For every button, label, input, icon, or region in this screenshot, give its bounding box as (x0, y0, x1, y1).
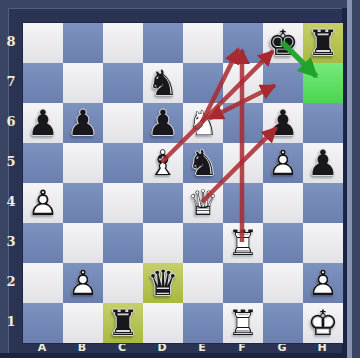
rank-labels: 87654321 (0, 22, 22, 342)
square-e8[interactable] (183, 23, 223, 63)
square-d5[interactable]: ♝♗ (143, 143, 183, 183)
square-b8[interactable] (63, 23, 103, 63)
square-h5[interactable]: ♟ (303, 143, 343, 183)
piece-black-king[interactable]: ♚ (263, 23, 303, 63)
rank-label-3: 3 (0, 222, 22, 262)
square-d6[interactable]: ♟ (143, 103, 183, 143)
square-e7[interactable] (183, 63, 223, 103)
square-b4[interactable] (63, 183, 103, 223)
piece-white-king[interactable]: ♚♔ (303, 303, 343, 343)
square-e2[interactable] (183, 263, 223, 303)
square-c8[interactable] (103, 23, 143, 63)
square-g7[interactable] (263, 63, 303, 103)
piece-white-pawn[interactable]: ♟♙ (303, 263, 343, 303)
piece-black-pawn[interactable]: ♟ (23, 103, 63, 143)
square-g2[interactable] (263, 263, 303, 303)
square-d3[interactable] (143, 223, 183, 263)
rank-label-5: 5 (0, 142, 22, 182)
rank-label-6: 6 (0, 102, 22, 142)
square-b7[interactable] (63, 63, 103, 103)
piece-white-knight[interactable]: ♞♘ (183, 103, 223, 143)
frame-right-bevel (347, 0, 352, 358)
piece-black-knight[interactable]: ♞ (183, 143, 223, 183)
square-g8[interactable]: ♚ (263, 23, 303, 63)
square-g5[interactable]: ♟♙ (263, 143, 303, 183)
square-f8[interactable] (223, 23, 263, 63)
square-d8[interactable] (143, 23, 183, 63)
rank-label-4: 4 (0, 182, 22, 222)
square-e1[interactable] (183, 303, 223, 343)
square-e6[interactable]: ♞♘ (183, 103, 223, 143)
piece-white-pawn[interactable]: ♟♙ (263, 143, 303, 183)
square-e5[interactable]: ♞ (183, 143, 223, 183)
square-a7[interactable] (23, 63, 63, 103)
square-h7[interactable] (303, 63, 343, 103)
square-b6[interactable]: ♟ (63, 103, 103, 143)
square-b5[interactable] (63, 143, 103, 183)
square-a4[interactable]: ♟♙ (23, 183, 63, 223)
piece-black-rook[interactable]: ♜ (103, 303, 143, 343)
piece-black-queen[interactable]: ♛ (143, 263, 183, 303)
square-a2[interactable] (23, 263, 63, 303)
square-h3[interactable] (303, 223, 343, 263)
square-b1[interactable] (63, 303, 103, 343)
piece-black-pawn[interactable]: ♟ (143, 103, 183, 143)
square-d7[interactable]: ♞ (143, 63, 183, 103)
square-e3[interactable] (183, 223, 223, 263)
piece-black-pawn[interactable]: ♟ (263, 103, 303, 143)
square-c1[interactable]: ♜ (103, 303, 143, 343)
square-e4[interactable]: ♛♕ (183, 183, 223, 223)
square-c3[interactable] (103, 223, 143, 263)
square-h2[interactable]: ♟♙ (303, 263, 343, 303)
square-c6[interactable] (103, 103, 143, 143)
piece-white-rook[interactable]: ♜♖ (223, 223, 263, 263)
square-f7[interactable] (223, 63, 263, 103)
square-d4[interactable] (143, 183, 183, 223)
square-b2[interactable]: ♟♙ (63, 263, 103, 303)
piece-white-queen[interactable]: ♛♕ (183, 183, 223, 223)
piece-white-pawn[interactable]: ♟♙ (23, 183, 63, 223)
piece-white-pawn[interactable]: ♟♙ (63, 263, 103, 303)
square-a5[interactable] (23, 143, 63, 183)
square-f2[interactable] (223, 263, 263, 303)
square-f4[interactable] (223, 183, 263, 223)
square-d2[interactable]: ♛ (143, 263, 183, 303)
square-f3[interactable]: ♜♖ (223, 223, 263, 263)
square-f5[interactable] (223, 143, 263, 183)
piece-black-knight[interactable]: ♞ (143, 63, 183, 103)
square-c4[interactable] (103, 183, 143, 223)
chess-board: ♚♜♞♟♟♟♞♘♟♝♗♞♟♙♟♟♙♛♕♜♖♟♙♛♟♙♜♜♖♚♔ (22, 22, 344, 344)
piece-white-bishop[interactable]: ♝♗ (143, 143, 183, 183)
piece-black-rook[interactable]: ♜ (303, 23, 343, 63)
rank-label-8: 8 (0, 22, 22, 62)
piece-white-rook[interactable]: ♜♖ (223, 303, 263, 343)
square-h4[interactable] (303, 183, 343, 223)
square-a8[interactable] (23, 23, 63, 63)
square-g6[interactable]: ♟ (263, 103, 303, 143)
square-d1[interactable] (143, 303, 183, 343)
piece-black-pawn[interactable]: ♟ (63, 103, 103, 143)
rank-label-1: 1 (0, 302, 22, 342)
square-a6[interactable]: ♟ (23, 103, 63, 143)
square-a3[interactable] (23, 223, 63, 263)
square-f1[interactable]: ♜♖ (223, 303, 263, 343)
chess-app-window: 87654321 ABCDEFGH ♚♜♞♟♟♟♞♘♟♝♗♞♟♙♟♟♙♛♕♜♖♟… (0, 0, 360, 358)
square-g3[interactable] (263, 223, 303, 263)
square-h6[interactable] (303, 103, 343, 143)
square-h1[interactable]: ♚♔ (303, 303, 343, 343)
rank-label-2: 2 (0, 262, 22, 302)
square-f6[interactable] (223, 103, 263, 143)
square-g4[interactable] (263, 183, 303, 223)
piece-black-pawn[interactable]: ♟ (303, 143, 343, 183)
square-c5[interactable] (103, 143, 143, 183)
square-a1[interactable] (23, 303, 63, 343)
square-c7[interactable] (103, 63, 143, 103)
square-b3[interactable] (63, 223, 103, 263)
rank-label-7: 7 (0, 62, 22, 102)
square-c2[interactable] (103, 263, 143, 303)
square-g1[interactable] (263, 303, 303, 343)
square-h8[interactable]: ♜ (303, 23, 343, 63)
